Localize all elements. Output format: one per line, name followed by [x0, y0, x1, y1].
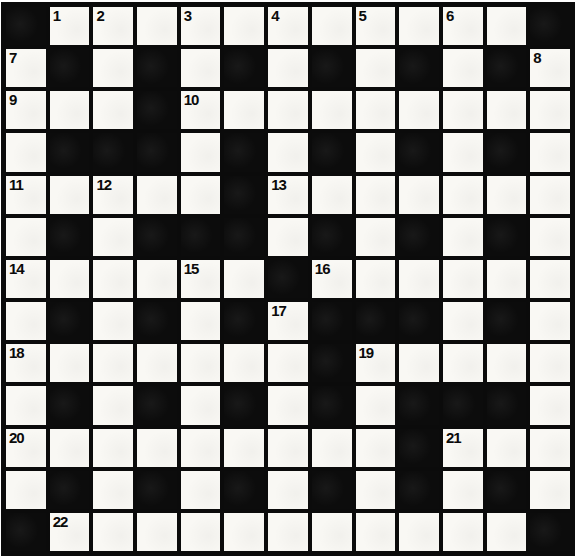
white-cell[interactable]: [530, 471, 570, 509]
clue-number: 5: [359, 7, 366, 25]
black-cell: [312, 386, 352, 424]
white-cell[interactable]: [268, 49, 308, 87]
black-cell: [399, 218, 439, 256]
white-cell[interactable]: [356, 49, 396, 87]
white-cell[interactable]: [181, 344, 221, 382]
white-cell[interactable]: 19: [356, 344, 396, 382]
black-cell: [530, 513, 570, 551]
white-cell[interactable]: [93, 471, 133, 509]
white-cell[interactable]: [268, 386, 308, 424]
white-cell[interactable]: [530, 429, 570, 467]
white-cell[interactable]: [50, 176, 90, 214]
black-cell: [312, 133, 352, 171]
clue-number: 18: [9, 344, 24, 362]
black-cell: [6, 7, 46, 45]
clue-number: 1: [53, 7, 60, 25]
black-cell: [137, 471, 177, 509]
white-cell[interactable]: 20: [6, 429, 46, 467]
clue-number: 21: [446, 429, 461, 447]
white-cell[interactable]: [356, 218, 396, 256]
white-cell[interactable]: 13: [268, 176, 308, 214]
white-cell[interactable]: [530, 386, 570, 424]
white-cell[interactable]: 21: [443, 429, 483, 467]
black-cell: [137, 386, 177, 424]
clue-number: 3: [184, 7, 191, 25]
white-cell[interactable]: [530, 133, 570, 171]
white-cell[interactable]: [487, 7, 527, 45]
white-cell[interactable]: [224, 513, 264, 551]
black-cell: [137, 133, 177, 171]
black-cell: [50, 302, 90, 340]
white-cell[interactable]: [93, 429, 133, 467]
white-cell[interactable]: [93, 49, 133, 87]
black-cell: [443, 386, 483, 424]
white-cell[interactable]: [6, 302, 46, 340]
white-cell[interactable]: [530, 218, 570, 256]
white-cell[interactable]: [356, 429, 396, 467]
black-cell: [224, 218, 264, 256]
white-cell[interactable]: [93, 91, 133, 129]
black-cell: [224, 133, 264, 171]
white-cell[interactable]: [6, 386, 46, 424]
white-cell[interactable]: [181, 386, 221, 424]
white-cell[interactable]: [443, 260, 483, 298]
black-cell: [487, 133, 527, 171]
black-cell: [399, 133, 439, 171]
white-cell[interactable]: [443, 176, 483, 214]
white-cell[interactable]: [224, 7, 264, 45]
white-cell[interactable]: [181, 471, 221, 509]
black-cell: [93, 133, 133, 171]
white-cell[interactable]: [312, 513, 352, 551]
white-cell[interactable]: [224, 429, 264, 467]
white-cell[interactable]: [50, 260, 90, 298]
black-cell: [50, 218, 90, 256]
white-cell[interactable]: 12: [93, 176, 133, 214]
white-cell[interactable]: [268, 133, 308, 171]
clue-number: 7: [9, 49, 16, 67]
black-cell: [399, 49, 439, 87]
black-cell: [312, 471, 352, 509]
white-cell[interactable]: [356, 176, 396, 214]
black-cell: [312, 344, 352, 382]
white-cell[interactable]: [93, 260, 133, 298]
clue-number: 16: [315, 260, 330, 278]
white-cell[interactable]: 10: [181, 91, 221, 129]
white-cell[interactable]: 15: [181, 260, 221, 298]
clue-number: 2: [96, 7, 103, 25]
white-cell[interactable]: [181, 49, 221, 87]
black-cell: [50, 133, 90, 171]
black-cell: [399, 386, 439, 424]
white-cell[interactable]: [443, 218, 483, 256]
white-cell[interactable]: 17: [268, 302, 308, 340]
clue-number: 11: [9, 176, 23, 194]
white-cell[interactable]: [93, 302, 133, 340]
white-cell[interactable]: 3: [181, 7, 221, 45]
black-cell: [137, 302, 177, 340]
white-cell[interactable]: [399, 260, 439, 298]
white-cell[interactable]: [443, 91, 483, 129]
clue-number: 9: [9, 91, 16, 109]
white-cell[interactable]: 1: [50, 7, 90, 45]
black-cell: [137, 91, 177, 129]
black-cell: [530, 7, 570, 45]
white-cell[interactable]: [443, 513, 483, 551]
white-cell[interactable]: [268, 218, 308, 256]
white-cell[interactable]: [181, 429, 221, 467]
white-cell[interactable]: [399, 176, 439, 214]
white-cell[interactable]: [356, 91, 396, 129]
white-cell[interactable]: [137, 429, 177, 467]
black-cell: [137, 218, 177, 256]
white-cell[interactable]: [399, 7, 439, 45]
white-cell[interactable]: [93, 344, 133, 382]
black-cell: [487, 218, 527, 256]
white-cell[interactable]: [50, 91, 90, 129]
white-cell[interactable]: 5: [356, 7, 396, 45]
white-cell[interactable]: 7: [6, 49, 46, 87]
white-cell[interactable]: [356, 513, 396, 551]
clue-number: 19: [359, 344, 374, 362]
white-cell[interactable]: [443, 302, 483, 340]
black-cell: [224, 176, 264, 214]
white-cell[interactable]: [530, 260, 570, 298]
black-cell: [224, 302, 264, 340]
white-cell[interactable]: [443, 133, 483, 171]
white-cell[interactable]: [93, 386, 133, 424]
black-cell: [6, 513, 46, 551]
black-cell: [312, 218, 352, 256]
white-cell[interactable]: [224, 344, 264, 382]
white-cell[interactable]: [399, 513, 439, 551]
clue-number: 8: [533, 49, 540, 67]
white-cell[interactable]: [487, 513, 527, 551]
white-cell[interactable]: 6: [443, 7, 483, 45]
white-cell[interactable]: [6, 133, 46, 171]
white-cell[interactable]: 22: [50, 513, 90, 551]
white-cell[interactable]: 9: [6, 91, 46, 129]
white-cell[interactable]: [399, 344, 439, 382]
white-cell[interactable]: [356, 133, 396, 171]
white-cell[interactable]: [487, 344, 527, 382]
clue-number: 10: [184, 91, 199, 109]
clue-number: 4: [271, 7, 278, 25]
white-cell[interactable]: [137, 7, 177, 45]
white-cell[interactable]: [530, 344, 570, 382]
black-cell: [224, 471, 264, 509]
white-cell[interactable]: [181, 513, 221, 551]
white-cell[interactable]: [268, 429, 308, 467]
white-cell[interactable]: [530, 176, 570, 214]
black-cell: [50, 471, 90, 509]
white-cell[interactable]: [399, 91, 439, 129]
crossword-page: 12345678910111213141516171819202122: [0, 0, 577, 558]
white-cell[interactable]: [137, 513, 177, 551]
white-cell[interactable]: [443, 344, 483, 382]
black-cell: [399, 471, 439, 509]
white-cell[interactable]: 18: [6, 344, 46, 382]
black-cell: [487, 386, 527, 424]
white-cell[interactable]: 14: [6, 260, 46, 298]
white-cell[interactable]: [93, 513, 133, 551]
black-cell: [399, 302, 439, 340]
black-cell: [50, 386, 90, 424]
clue-number: 22: [53, 513, 68, 531]
crossword-board: 12345678910111213141516171819202122: [1, 2, 575, 556]
white-cell[interactable]: [268, 471, 308, 509]
white-cell[interactable]: [312, 7, 352, 45]
white-cell[interactable]: [443, 49, 483, 87]
white-cell[interactable]: [530, 91, 570, 129]
white-cell[interactable]: [356, 471, 396, 509]
black-cell: [487, 302, 527, 340]
clue-number: 12: [96, 176, 111, 194]
white-cell[interactable]: [137, 176, 177, 214]
white-cell[interactable]: 8: [530, 49, 570, 87]
white-cell[interactable]: [530, 302, 570, 340]
clue-number: 15: [184, 260, 199, 278]
black-cell: [224, 49, 264, 87]
clue-number: 17: [271, 302, 286, 320]
white-cell[interactable]: [224, 260, 264, 298]
black-cell: [268, 260, 308, 298]
white-cell[interactable]: [268, 513, 308, 551]
white-cell[interactable]: [224, 91, 264, 129]
white-cell[interactable]: [181, 302, 221, 340]
black-cell: [50, 49, 90, 87]
clue-number: 14: [9, 260, 24, 278]
clue-number: 13: [271, 176, 286, 194]
white-cell[interactable]: 4: [268, 7, 308, 45]
white-cell[interactable]: [312, 176, 352, 214]
white-cell[interactable]: [50, 344, 90, 382]
black-cell: [224, 386, 264, 424]
white-cell[interactable]: [6, 218, 46, 256]
white-cell[interactable]: [181, 133, 221, 171]
clue-number: 6: [446, 7, 453, 25]
clue-number: 20: [9, 429, 24, 447]
white-cell[interactable]: [268, 91, 308, 129]
white-cell[interactable]: [6, 471, 46, 509]
black-cell: [356, 302, 396, 340]
white-cell[interactable]: [487, 91, 527, 129]
black-cell: [487, 471, 527, 509]
black-cell: [399, 429, 439, 467]
black-cell: [137, 49, 177, 87]
white-cell[interactable]: [487, 429, 527, 467]
white-cell[interactable]: [93, 218, 133, 256]
black-cell: [487, 49, 527, 87]
white-cell[interactable]: [181, 176, 221, 214]
white-cell[interactable]: [137, 344, 177, 382]
white-cell[interactable]: [312, 429, 352, 467]
white-cell[interactable]: [312, 91, 352, 129]
white-cell[interactable]: 11: [6, 176, 46, 214]
white-cell[interactable]: [443, 471, 483, 509]
black-cell: [312, 302, 352, 340]
white-cell[interactable]: 16: [312, 260, 352, 298]
white-cell[interactable]: [487, 176, 527, 214]
white-cell[interactable]: 2: [93, 7, 133, 45]
white-cell[interactable]: [356, 260, 396, 298]
black-cell: [181, 218, 221, 256]
white-cell[interactable]: [137, 260, 177, 298]
white-cell[interactable]: [356, 386, 396, 424]
black-cell: [312, 49, 352, 87]
white-cell[interactable]: [487, 260, 527, 298]
white-cell[interactable]: [268, 344, 308, 382]
white-cell[interactable]: [50, 429, 90, 467]
